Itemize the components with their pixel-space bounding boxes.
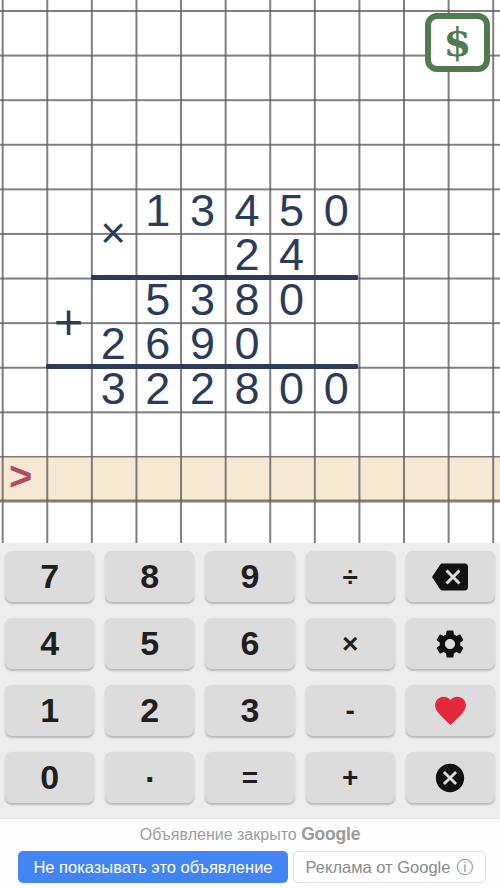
app-screen: > 134502453802690322800×+ $ 789÷456×123-… [0, 0, 500, 888]
product-digit-5: 0 [314, 367, 359, 412]
multiply-sign: × [91, 211, 136, 256]
key-6[interactable]: 6 [205, 618, 294, 669]
key-5[interactable]: 5 [105, 618, 194, 669]
key-7-label: 7 [40, 557, 59, 596]
partial-product-2-digit-1: 6 [136, 322, 181, 367]
key-divide-label: ÷ [343, 561, 358, 593]
rewards-money-button[interactable]: $ [425, 13, 490, 72]
worksheet-grid: > 134502453802690322800×+ $ [0, 0, 500, 543]
product-digit-3: 8 [225, 367, 270, 412]
partial-product-2-digit-3: 0 [225, 322, 270, 367]
key-2-label: 2 [140, 691, 159, 730]
key-backspace[interactable] [406, 551, 495, 602]
key-minus-label: - [346, 695, 355, 727]
info-icon: ⓘ [456, 859, 473, 876]
google-logo: Google [301, 824, 360, 844]
ad-buttons-row: Не показывать это объявление Реклама от … [18, 851, 486, 883]
key-1[interactable]: 1 [5, 685, 94, 736]
key-5-label: 5 [140, 624, 159, 663]
multiplicand-digit-4: 0 [314, 188, 359, 233]
key-7[interactable]: 7 [5, 551, 94, 602]
key-minus[interactable]: - [306, 685, 395, 736]
multiplier-digit-0: 2 [225, 233, 270, 278]
key-settings[interactable] [406, 618, 495, 669]
key-9-label: 9 [241, 557, 260, 596]
backspace-icon [432, 559, 468, 595]
multiplicand-digit-3: 5 [269, 188, 314, 233]
key-4-label: 4 [40, 624, 59, 663]
ad-closed-text: Объявление закрыто Google [0, 824, 500, 845]
settings-icon [433, 627, 467, 661]
calculator-keypad: 789÷456×123-0.=+ [0, 543, 500, 818]
product-digit-2: 2 [180, 367, 225, 412]
key-decimal[interactable]: . [105, 752, 194, 803]
key-decimal-label: . [145, 751, 154, 790]
partial-product-1-digit-3: 0 [269, 278, 314, 323]
close-icon [433, 761, 467, 795]
key-close[interactable] [406, 752, 495, 803]
key-divide[interactable]: ÷ [306, 551, 395, 602]
key-8-label: 8 [140, 557, 159, 596]
product-digit-1: 2 [136, 367, 181, 412]
multiplicand-digit-0: 1 [136, 188, 181, 233]
active-input-row: > [0, 456, 500, 501]
key-6-label: 6 [241, 624, 260, 663]
adchoices-button[interactable]: Реклама от Google ⓘ [293, 851, 486, 883]
partial-product-2-digit-0: 2 [91, 322, 136, 367]
key-0[interactable]: 0 [5, 752, 94, 803]
key-8[interactable]: 8 [105, 551, 194, 602]
key-1-label: 1 [40, 691, 59, 730]
key-equals[interactable]: = [205, 752, 294, 803]
input-prompt: > [9, 456, 32, 496]
ad-closed-label: Объявление закрыто [140, 826, 297, 843]
partial-product-1-digit-2: 8 [225, 278, 270, 323]
partial-product-2-digit-2: 9 [180, 322, 225, 367]
key-3-label: 3 [241, 691, 260, 730]
key-favorite[interactable] [406, 685, 495, 736]
dismiss-ad-button[interactable]: Не показывать это объявление [18, 851, 288, 883]
key-equals-label: = [242, 762, 258, 794]
product-digit-4: 0 [269, 367, 314, 412]
multiplier-rule [91, 275, 359, 280]
key-2[interactable]: 2 [105, 685, 194, 736]
adchoices-label: Реклама от Google [306, 858, 451, 877]
product-digit-0: 3 [91, 367, 136, 412]
multiplicand-digit-1: 3 [180, 188, 225, 233]
multiplier-digit-1: 4 [269, 233, 314, 278]
plus-sign: + [46, 300, 91, 345]
heart-icon [432, 692, 469, 729]
key-plus-label: + [342, 762, 358, 794]
partial-product-1-digit-1: 3 [180, 278, 225, 323]
partial-product-1-digit-0: 5 [136, 278, 181, 323]
key-0-label: 0 [40, 758, 59, 797]
multiplicand-digit-2: 4 [225, 188, 270, 233]
ad-banner: Объявление закрыто Google Не показывать … [0, 818, 500, 888]
key-plus[interactable]: + [306, 752, 395, 803]
key-3[interactable]: 3 [205, 685, 294, 736]
sum-rule [46, 364, 358, 369]
key-9[interactable]: 9 [205, 551, 294, 602]
key-4[interactable]: 4 [5, 618, 94, 669]
dollar-icon: $ [444, 22, 472, 62]
key-multiply-label: × [342, 628, 358, 660]
key-multiply[interactable]: × [306, 618, 395, 669]
